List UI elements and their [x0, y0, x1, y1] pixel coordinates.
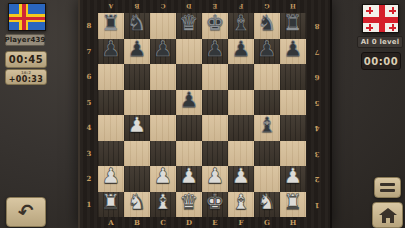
square-e6[interactable] — [202, 64, 228, 90]
aland-flag — [8, 3, 46, 31]
square-b8[interactable]: ♞ — [124, 13, 150, 39]
georgia-flag — [362, 4, 399, 33]
white-pawn[interactable]: ♟ — [176, 164, 202, 190]
square-g2[interactable] — [254, 166, 280, 192]
square-h1[interactable]: ♜ — [280, 192, 306, 218]
black-main-clock: 00:00 — [361, 52, 401, 70]
square-g1[interactable]: ♞ — [254, 192, 280, 218]
square-h5[interactable] — [280, 90, 306, 116]
square-a7[interactable]: ♟ — [98, 39, 124, 65]
square-g8[interactable]: ♞ — [254, 13, 280, 39]
white-rook[interactable]: ♜ — [98, 190, 124, 216]
square-h6[interactable] — [280, 64, 306, 90]
board-squares: ♜♞♛♚♝♞♜♟♟♟♟♟♟♟♟♟♝♟♟♟♟♟♟♜♞♝♛♚♝♞♜ — [98, 13, 306, 217]
square-f6[interactable] — [228, 64, 254, 90]
black-pawn[interactable]: ♟ — [150, 37, 176, 63]
move-clock-value: +00:33 — [9, 75, 44, 84]
square-b2[interactable] — [124, 166, 150, 192]
square-d4[interactable] — [176, 115, 202, 141]
square-h4[interactable] — [280, 115, 306, 141]
black-rook[interactable]: ♜ — [98, 11, 124, 37]
black-pawn[interactable]: ♟ — [98, 37, 124, 63]
square-c5[interactable] — [150, 90, 176, 116]
square-a1[interactable]: ♜ — [98, 192, 124, 218]
black-pawn[interactable]: ♟ — [202, 37, 228, 63]
square-a6[interactable] — [98, 64, 124, 90]
square-e1[interactable]: ♚ — [202, 192, 228, 218]
square-f4[interactable] — [228, 115, 254, 141]
square-c7[interactable]: ♟ — [150, 39, 176, 65]
black-knight[interactable]: ♞ — [254, 11, 280, 37]
square-g5[interactable] — [254, 90, 280, 116]
square-e2[interactable]: ♟ — [202, 166, 228, 192]
square-e7[interactable]: ♟ — [202, 39, 228, 65]
square-g7[interactable]: ♟ — [254, 39, 280, 65]
white-main-clock: 00:45 — [5, 51, 47, 68]
square-c6[interactable] — [150, 64, 176, 90]
square-f8[interactable]: ♝ — [228, 13, 254, 39]
square-f3[interactable] — [228, 141, 254, 167]
square-b7[interactable]: ♟ — [124, 39, 150, 65]
equals-icon — [380, 183, 395, 186]
home-button[interactable] — [372, 202, 403, 228]
black-pawn[interactable]: ♟ — [176, 88, 202, 114]
ai-name-badge: AI 0 level — [357, 36, 403, 48]
square-d5[interactable]: ♟ — [176, 90, 202, 116]
square-g4[interactable]: ♝ — [254, 115, 280, 141]
square-c8[interactable] — [150, 13, 176, 39]
black-pawn[interactable]: ♟ — [124, 37, 150, 63]
white-pawn[interactable]: ♟ — [150, 164, 176, 190]
white-bishop[interactable]: ♝ — [228, 190, 254, 216]
square-h7[interactable]: ♟ — [280, 39, 306, 65]
player-name-badge: Player439 — [5, 34, 45, 46]
square-a3[interactable] — [98, 141, 124, 167]
white-pawn[interactable]: ♟ — [98, 164, 124, 190]
square-c3[interactable] — [150, 141, 176, 167]
square-c1[interactable]: ♝ — [150, 192, 176, 218]
white-move-clock: 16:2 +00:33 — [5, 69, 47, 85]
square-c4[interactable] — [150, 115, 176, 141]
black-queen[interactable]: ♛ — [176, 11, 202, 37]
square-c2[interactable]: ♟ — [150, 166, 176, 192]
white-pawn[interactable]: ♟ — [124, 113, 150, 139]
white-pawn[interactable]: ♟ — [202, 164, 228, 190]
square-a8[interactable]: ♜ — [98, 13, 124, 39]
square-h3[interactable] — [280, 141, 306, 167]
square-f5[interactable] — [228, 90, 254, 116]
file-labels-bottom: ABCDEFGH — [98, 217, 306, 228]
white-pawn[interactable]: ♟ — [280, 164, 306, 190]
rank-labels-right: 87654321 — [308, 13, 326, 217]
square-d2[interactable]: ♟ — [176, 166, 202, 192]
square-e8[interactable]: ♚ — [202, 13, 228, 39]
black-rook[interactable]: ♜ — [280, 11, 306, 37]
square-b3[interactable] — [124, 141, 150, 167]
white-queen[interactable]: ♛ — [176, 190, 202, 216]
square-b1[interactable]: ♞ — [124, 192, 150, 218]
square-b5[interactable] — [124, 90, 150, 116]
square-f2[interactable]: ♟ — [228, 166, 254, 192]
square-b4[interactable]: ♟ — [124, 115, 150, 141]
move-clock-note: 16:2 — [21, 71, 31, 75]
undo-icon: ↶ — [16, 199, 36, 224]
square-d7[interactable] — [176, 39, 202, 65]
black-pawn[interactable]: ♟ — [280, 37, 306, 63]
black-king[interactable]: ♚ — [202, 11, 228, 37]
square-g3[interactable] — [254, 141, 280, 167]
app-background: 87654321 87654321 ABCDEFGH ABCDEFGH ♜♞♛♚… — [0, 0, 405, 228]
square-e5[interactable] — [202, 90, 228, 116]
black-pawn[interactable]: ♟ — [254, 37, 280, 63]
square-d1[interactable]: ♛ — [176, 192, 202, 218]
menu-button[interactable] — [374, 177, 401, 198]
square-e3[interactable] — [202, 141, 228, 167]
square-b6[interactable] — [124, 64, 150, 90]
square-a5[interactable] — [98, 90, 124, 116]
home-icon — [379, 208, 397, 223]
black-pawn[interactable]: ♟ — [228, 37, 254, 63]
white-king[interactable]: ♚ — [202, 190, 228, 216]
white-knight[interactable]: ♞ — [254, 190, 280, 216]
square-g6[interactable] — [254, 64, 280, 90]
square-h2[interactable]: ♟ — [280, 166, 306, 192]
square-e4[interactable] — [202, 115, 228, 141]
square-f1[interactable]: ♝ — [228, 192, 254, 218]
square-d6[interactable] — [176, 64, 202, 90]
square-f7[interactable]: ♟ — [228, 39, 254, 65]
rank-labels-left: 87654321 — [80, 13, 98, 217]
square-a4[interactable] — [98, 115, 124, 141]
black-bishop[interactable]: ♝ — [228, 11, 254, 37]
white-bishop[interactable]: ♝ — [150, 190, 176, 216]
undo-button[interactable]: ↶ — [6, 197, 46, 227]
white-rook[interactable]: ♜ — [280, 190, 306, 216]
white-knight[interactable]: ♞ — [124, 190, 150, 216]
white-pawn[interactable]: ♟ — [228, 164, 254, 190]
board-frame: 87654321 87654321 ABCDEFGH ABCDEFGH ♜♞♛♚… — [78, 0, 332, 228]
square-d3[interactable] — [176, 141, 202, 167]
square-d8[interactable]: ♛ — [176, 13, 202, 39]
black-knight[interactable]: ♞ — [124, 11, 150, 37]
square-h8[interactable]: ♜ — [280, 13, 306, 39]
square-a2[interactable]: ♟ — [98, 166, 124, 192]
black-bishop[interactable]: ♝ — [254, 113, 280, 139]
